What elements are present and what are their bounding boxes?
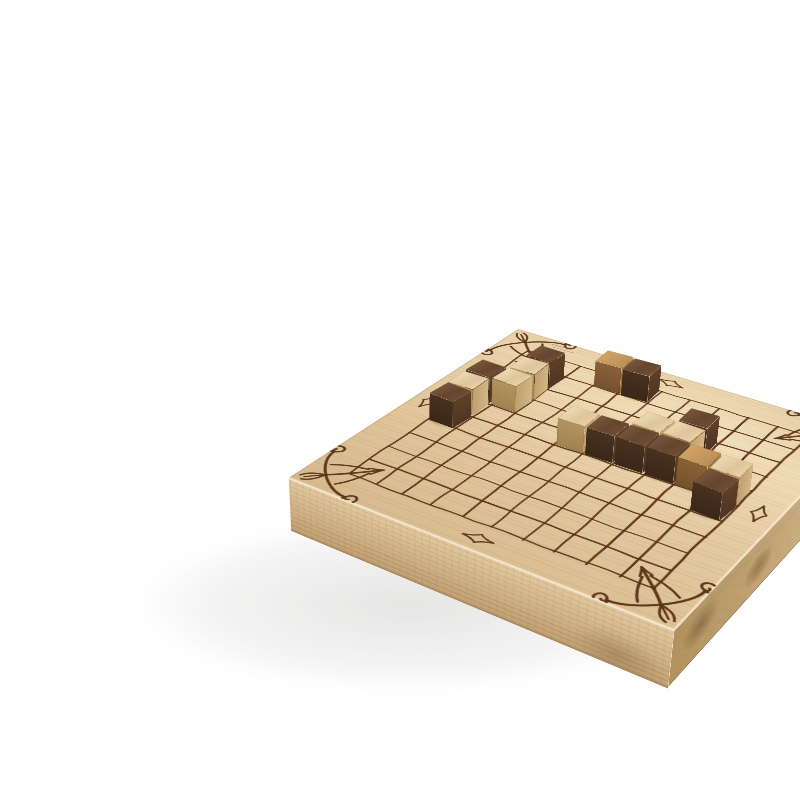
product-photo-scene — [0, 0, 800, 800]
game-board — [289, 329, 800, 630]
